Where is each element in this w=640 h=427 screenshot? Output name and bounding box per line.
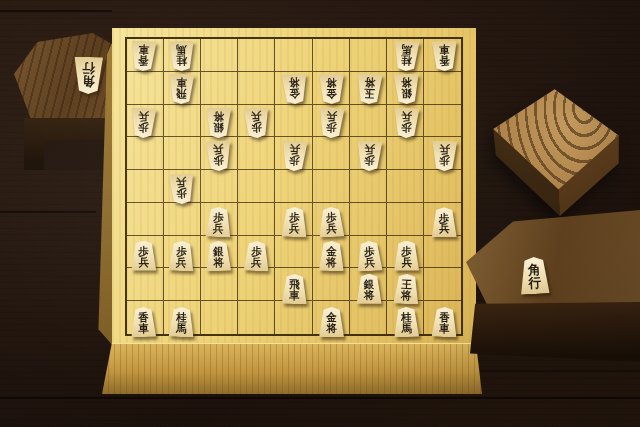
shogi-piece-sente-rook: 飛車 [281,274,308,304]
piece-kanji-char: 兵 [176,256,187,268]
shogi-piece-sente-pawn: 歩兵 [243,241,270,271]
piece-kanji-char: 兵 [213,223,224,235]
piece-kanji-char: 銀 [401,88,412,99]
shogi-piece-sente-gold: 金将 [318,241,345,271]
right-wood-cube [492,84,620,216]
piece-kanji-char: 兵 [251,256,262,268]
shogi-piece-gote-bishop: 角行 [73,57,104,94]
table-plank-seam [0,10,112,12]
board-front-face [102,343,482,394]
wood-grain [466,208,640,312]
table-plank-seam [0,397,640,399]
piece-kanji-char: 将 [326,323,337,334]
piece-kanji-char: 将 [364,289,375,300]
piece-kanji-char: 桂 [176,55,187,66]
shogi-piece-gote-knight: 桂馬 [393,41,420,71]
piece-kanji-char: 金 [289,88,300,100]
piece-kanji-char: 馬 [176,44,187,55]
piece-kanji-char: 将 [326,256,337,267]
piece-kanji-char: 馬 [401,323,412,334]
piece-kanji-char: 兵 [364,144,375,156]
shogi-piece-gote-gold: 金将 [318,74,345,104]
piece-kanji-char: 車 [176,77,187,89]
wood-grain [102,344,482,394]
piece-kanji-char: 兵 [176,177,187,189]
shogi-piece-sente-bishop: 角行 [519,257,550,294]
shogi-piece-sente-pawn: 歩兵 [431,207,458,237]
shogi-piece-gote-pawn: 歩兵 [243,108,270,138]
piece-kanji-char: 兵 [251,110,262,122]
shogi-piece-sente-pawn: 歩兵 [356,241,383,271]
shogi-piece-gote-silver: 銀将 [205,108,232,138]
shogi-piece-gote-pawn: 歩兵 [168,174,195,204]
piece-kanji-char: 兵 [289,144,300,156]
shogi-piece-gote-lance: 香車 [130,41,157,71]
shogi-piece-sente-lance: 香車 [130,307,157,337]
piece-kanji-char: 将 [214,111,225,122]
piece-kanji-char: 兵 [401,111,412,123]
shogi-piece-sente-pawn: 歩兵 [318,207,345,237]
piece-kanji-char: 将 [401,289,412,301]
piece-kanji-char: 兵 [213,144,224,156]
piece-kanji-char: 将 [288,77,299,89]
piece-kanji-char: 兵 [326,110,337,122]
shogi-piece-gote-pawn: 歩兵 [431,141,458,171]
shogi-piece-sente-king: 王将 [393,274,420,304]
shogi-piece-sente-pawn: 歩兵 [168,241,195,271]
shogi-piece-sente-pawn: 歩兵 [130,241,157,271]
piece-kanji-char: 馬 [176,323,187,335]
piece-kanji-char: 兵 [401,256,412,267]
shogi-board: 香車桂馬桂馬香車飛車金将金将玉将銀将歩兵銀将歩兵歩兵歩兵歩兵歩兵歩兵歩兵歩兵歩兵… [112,28,476,344]
shogi-piece-gote-pawn: 歩兵 [393,108,420,138]
shogi-piece-gote-gold: 金将 [281,74,308,104]
piece-kanji-char: 行 [528,276,541,290]
piece-kanji-char: 兵 [288,223,299,235]
shogi-piece-gote-knight: 桂馬 [168,41,195,71]
piece-kanji-char: 将 [401,77,412,88]
shogi-piece-sente-lance: 香車 [431,307,458,337]
shogi-piece-sente-pawn: 歩兵 [205,207,232,237]
piece-kanji-char: 車 [289,289,300,300]
piece-kanji-char: 車 [439,44,450,55]
table-plank-seam [0,211,96,213]
piece-kanji-char: 兵 [139,256,150,267]
piece-kanji-char: 兵 [364,256,375,268]
shogi-piece-gote-pawn: 歩兵 [205,141,232,171]
piece-kanji-char: 飛 [176,88,187,100]
table-plank-seam [462,370,640,372]
piece-kanji-char: 兵 [139,111,150,123]
photo-scene: 角行 香車桂馬桂馬香車飛車金将金将玉将銀将歩兵銀将歩兵歩兵歩兵歩兵歩兵歩兵歩兵歩… [0,0,640,427]
piece-kanji-char: 香 [439,55,450,66]
shogi-piece-sente-pawn: 歩兵 [393,241,420,271]
piece-kanji-char: 将 [364,77,375,89]
piece-kanji-char: 将 [326,77,337,88]
piece-kanji-char: 玉 [363,88,374,100]
piece-kanji-char: 兵 [439,223,450,234]
shogi-piece-sente-silver: 銀将 [356,274,383,304]
piece-kanji-char: 金 [326,88,337,99]
shogi-piece-sente-silver: 銀将 [205,241,232,271]
piece-kanji-char: 兵 [439,144,450,155]
shogi-piece-gote-silver: 銀将 [393,74,420,104]
piece-kanji-char: 行 [82,61,95,75]
shogi-piece-gote-king: 玉将 [356,74,383,104]
piece-kanji-char: 将 [214,256,225,267]
right-komadai-front [470,302,640,362]
piece-kanji-char: 車 [139,44,150,56]
piece-kanji-char: 馬 [401,44,412,56]
shogi-piece-sente-gold: 金将 [318,307,345,337]
shogi-piece-gote-pawn: 歩兵 [130,108,157,138]
shogi-piece-gote-pawn: 歩兵 [281,141,308,171]
piece-kanji-char: 兵 [326,223,337,235]
shogi-piece-gote-rook: 飛車 [168,74,195,104]
pieces-layer: 香車桂馬桂馬香車飛車金将金将玉将銀将歩兵銀将歩兵歩兵歩兵歩兵歩兵歩兵歩兵歩兵歩兵… [112,28,476,344]
shogi-piece-sente-pawn: 歩兵 [281,207,308,237]
shogi-piece-sente-knight: 桂馬 [393,307,420,337]
shogi-piece-gote-lance: 香車 [431,41,458,71]
piece-kanji-char: 車 [439,323,450,335]
shogi-piece-gote-pawn: 歩兵 [356,141,383,171]
shogi-piece-sente-knight: 桂馬 [168,307,195,337]
shogi-piece-gote-pawn: 歩兵 [318,108,345,138]
piece-kanji-char: 車 [139,323,150,334]
